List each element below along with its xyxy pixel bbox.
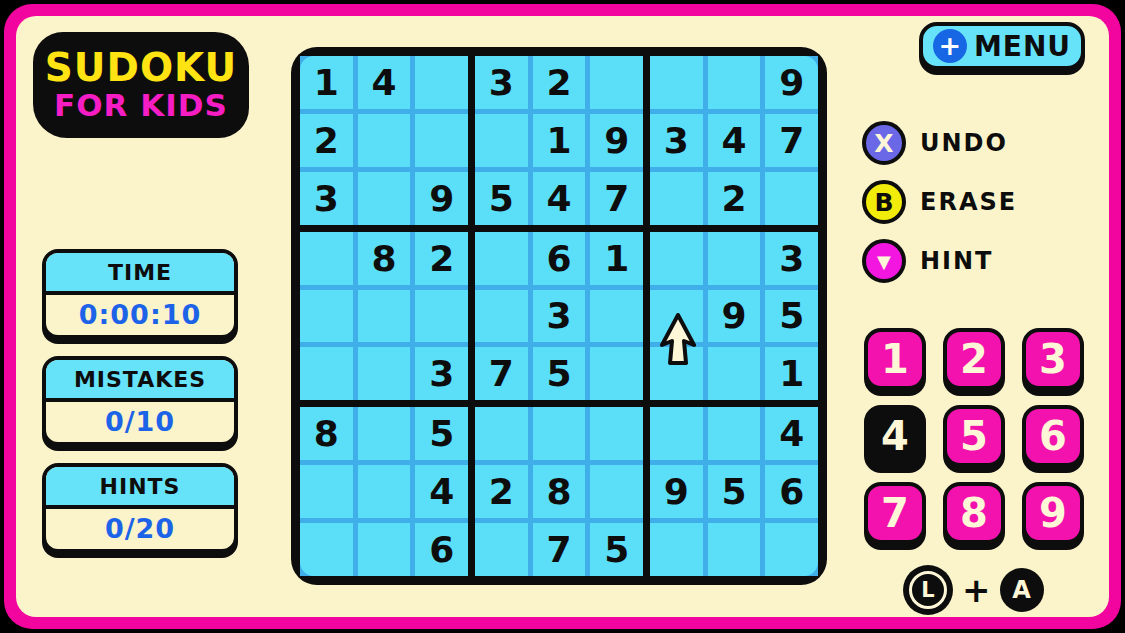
cell-r4c2[interactable]: 8 (358, 232, 411, 285)
sudoku-box-9: 4956 (650, 407, 818, 576)
hints-panel: HINTS 0/20 (42, 463, 238, 553)
controller-shortcut-hint: L + A (903, 565, 1044, 615)
cell-r9c9[interactable] (765, 523, 818, 576)
cell-r5c9[interactable]: 5 (765, 290, 818, 343)
numpad-key-7[interactable]: 7 (864, 482, 926, 544)
cell-r9c6[interactable]: 5 (590, 523, 643, 576)
down-arrow-button-icon: ▼ (862, 239, 906, 283)
cell-r8c6[interactable] (590, 465, 643, 518)
cell-r4c9[interactable]: 3 (765, 232, 818, 285)
cell-r9c5[interactable]: 7 (533, 523, 586, 576)
cell-r8c5[interactable]: 8 (533, 465, 586, 518)
undo-button[interactable]: X UNDO (862, 121, 1017, 165)
cell-r2c4[interactable] (475, 114, 528, 167)
cell-r5c8[interactable]: 9 (708, 290, 761, 343)
mistakes-value: 0/10 (46, 402, 234, 442)
sudoku-box-6: 3951 (650, 232, 818, 401)
cell-r4c1[interactable] (300, 232, 353, 285)
menu-button[interactable]: + MENU (919, 22, 1085, 70)
cell-r3c7[interactable] (650, 172, 703, 225)
numpad-key-3[interactable]: 3 (1022, 328, 1084, 390)
hint-label: HINT (920, 247, 993, 275)
cell-r9c1[interactable] (300, 523, 353, 576)
cell-r5c4[interactable] (475, 290, 528, 343)
logo-title: SUDOKU (45, 48, 238, 89)
cell-r6c3[interactable]: 3 (415, 347, 468, 400)
numpad-key-5[interactable]: 5 (943, 405, 1005, 467)
cell-r5c3[interactable] (415, 290, 468, 343)
cell-r1c5[interactable]: 2 (533, 56, 586, 109)
cell-r7c7[interactable] (650, 407, 703, 460)
cell-r8c1[interactable] (300, 465, 353, 518)
cell-r4c6[interactable]: 1 (590, 232, 643, 285)
cell-r8c3[interactable]: 4 (415, 465, 468, 518)
sudoku-box-5: 61375 (475, 232, 643, 401)
cell-r9c3[interactable]: 6 (415, 523, 468, 576)
erase-label: ERASE (920, 188, 1017, 216)
cell-r6c5[interactable]: 5 (533, 347, 586, 400)
sudoku-box-1: 14239 (300, 56, 468, 225)
time-panel: TIME 0:00:10 (42, 249, 238, 339)
sudoku-board: 1423932195479347282361375395185462875495… (291, 47, 827, 585)
cell-r3c2[interactable] (358, 172, 411, 225)
cell-r2c2[interactable] (358, 114, 411, 167)
cell-r8c8[interactable]: 5 (708, 465, 761, 518)
hints-value: 0/20 (46, 509, 234, 549)
cell-r6c8[interactable] (708, 347, 761, 400)
plus-icon: + (933, 29, 967, 63)
cell-r6c2[interactable] (358, 347, 411, 400)
cell-r7c8[interactable] (708, 407, 761, 460)
cell-r1c7[interactable] (650, 56, 703, 109)
cell-r6c9[interactable]: 1 (765, 347, 818, 400)
cell-r1c3[interactable] (415, 56, 468, 109)
cell-r6c1[interactable] (300, 347, 353, 400)
cell-r5c7[interactable] (650, 290, 703, 343)
cell-r9c2[interactable] (358, 523, 411, 576)
cell-r6c7[interactable] (650, 347, 703, 400)
cell-r2c6[interactable]: 9 (590, 114, 643, 167)
cell-r6c6[interactable] (590, 347, 643, 400)
cell-r2c3[interactable] (415, 114, 468, 167)
mistakes-panel: MISTAKES 0/10 (42, 356, 238, 446)
cell-r9c4[interactable] (475, 523, 528, 576)
a-button-icon: A (1000, 568, 1044, 612)
cell-r3c6[interactable]: 7 (590, 172, 643, 225)
cell-r3c8[interactable]: 2 (708, 172, 761, 225)
sudoku-box-3: 93472 (650, 56, 818, 225)
cell-r5c1[interactable] (300, 290, 353, 343)
cell-r1c1[interactable]: 1 (300, 56, 353, 109)
cell-r4c5[interactable]: 6 (533, 232, 586, 285)
cell-r5c2[interactable] (358, 290, 411, 343)
erase-button[interactable]: B ERASE (862, 180, 1017, 224)
cell-r1c4[interactable]: 3 (475, 56, 528, 109)
cell-r5c5[interactable]: 3 (533, 290, 586, 343)
cell-r7c9[interactable]: 4 (765, 407, 818, 460)
undo-label: UNDO (920, 129, 1008, 157)
numpad-key-9[interactable]: 9 (1022, 482, 1084, 544)
time-label: TIME (46, 253, 234, 295)
cell-r3c9[interactable] (765, 172, 818, 225)
cell-r4c4[interactable] (475, 232, 528, 285)
cell-r3c5[interactable]: 4 (533, 172, 586, 225)
cell-r1c9[interactable]: 9 (765, 56, 818, 109)
numpad-key-8[interactable]: 8 (943, 482, 1005, 544)
b-button-icon: B (862, 180, 906, 224)
cell-r7c6[interactable] (590, 407, 643, 460)
cell-r3c3[interactable]: 9 (415, 172, 468, 225)
mistakes-label: MISTAKES (46, 360, 234, 402)
sudoku-box-4: 823 (300, 232, 468, 401)
cell-r7c3[interactable]: 5 (415, 407, 468, 460)
cell-r3c1[interactable]: 3 (300, 172, 353, 225)
sudoku-box-7: 8546 (300, 407, 468, 576)
plus-separator: + (962, 570, 991, 610)
numpad-key-4[interactable]: 4 (864, 405, 926, 467)
l-button-icon: L (903, 565, 953, 615)
numpad-key-1[interactable]: 1 (864, 328, 926, 390)
numpad-key-6[interactable]: 6 (1022, 405, 1084, 467)
cell-r3c4[interactable]: 5 (475, 172, 528, 225)
cell-r9c8[interactable] (708, 523, 761, 576)
hint-button[interactable]: ▼ HINT (862, 239, 1017, 283)
cell-r8c4[interactable]: 2 (475, 465, 528, 518)
cell-r2c8[interactable]: 4 (708, 114, 761, 167)
cell-r1c2[interactable]: 4 (358, 56, 411, 109)
cell-r8c7[interactable]: 9 (650, 465, 703, 518)
cell-r4c3[interactable]: 2 (415, 232, 468, 285)
cell-r2c9[interactable]: 7 (765, 114, 818, 167)
cell-r8c9[interactable]: 6 (765, 465, 818, 518)
cell-r4c7[interactable] (650, 232, 703, 285)
cell-r4c8[interactable] (708, 232, 761, 285)
x-button-icon: X (862, 121, 906, 165)
cell-r7c4[interactable] (475, 407, 528, 460)
number-pad: 1 2 3 4 5 6 7 8 9 (864, 328, 1084, 544)
hints-label: HINTS (46, 467, 234, 509)
cell-r7c2[interactable] (358, 407, 411, 460)
cell-r5c6[interactable] (590, 290, 643, 343)
cell-r6c4[interactable]: 7 (475, 347, 528, 400)
logo-subtitle: FOR KIDS (54, 89, 228, 122)
cell-r9c7[interactable] (650, 523, 703, 576)
numpad-key-2[interactable]: 2 (943, 328, 1005, 390)
action-button-group: X UNDO B ERASE ▼ HINT (862, 121, 1017, 298)
cell-r8c2[interactable] (358, 465, 411, 518)
stats-panel-group: TIME 0:00:10 MISTAKES 0/10 HINTS 0/20 (42, 249, 238, 570)
cell-r7c5[interactable] (533, 407, 586, 460)
cell-r2c1[interactable]: 2 (300, 114, 353, 167)
cell-r2c5[interactable]: 1 (533, 114, 586, 167)
cell-r7c1[interactable]: 8 (300, 407, 353, 460)
sudoku-box-8: 2875 (475, 407, 643, 576)
cell-r1c6[interactable] (590, 56, 643, 109)
sudoku-box-2: 3219547 (475, 56, 643, 225)
time-value: 0:00:10 (46, 295, 234, 335)
game-logo: SUDOKU FOR KIDS (33, 32, 249, 138)
menu-button-label: MENU (974, 30, 1071, 63)
cell-r2c7[interactable]: 3 (650, 114, 703, 167)
cell-r1c8[interactable] (708, 56, 761, 109)
